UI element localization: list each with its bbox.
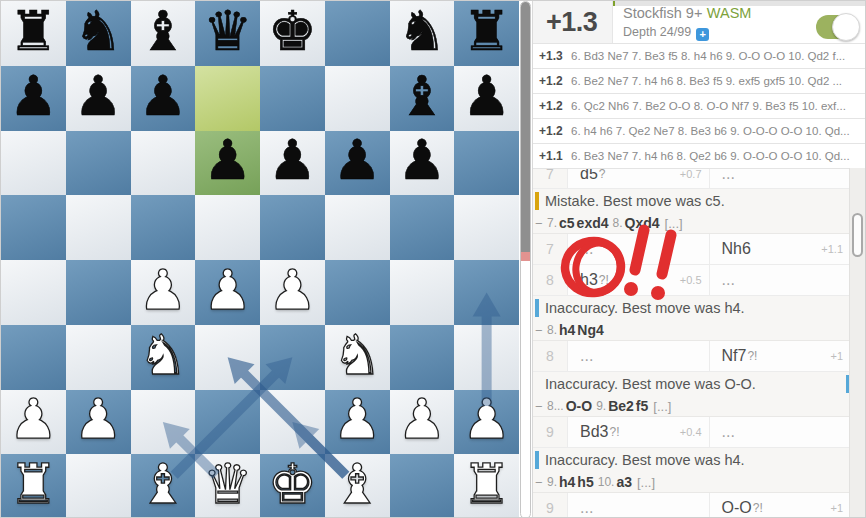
engine-depth: Depth 24/99 <box>623 25 691 39</box>
square-h7[interactable]: ♟ <box>454 66 519 131</box>
black-pawn[interactable]: ♟ <box>268 133 317 188</box>
white-pawn[interactable]: ♟ <box>462 392 511 447</box>
black-move-cell[interactable]: O-O?!+1 <box>710 493 852 518</box>
square-d6[interactable]: ♟ <box>195 131 260 196</box>
analysis-window: ♜♞♝♛♚♞♜♟♟♟♝♟♟♟♟♟♟♟♟♞♞♟♟♟♟♟♜♝♛♚♝♜ +1.3 St… <box>0 0 866 518</box>
engine-line-moves: 6. Qc2 Nh6 7. Be2 O-O 8. O-O Nf7 9. Be3 … <box>571 100 866 112</box>
move-glyph: ?! <box>747 349 757 363</box>
move-row: 7d5?+0.7... <box>533 169 851 189</box>
variation-move-number: 8... <box>547 399 564 413</box>
square-h1[interactable]: ♜ <box>454 454 519 518</box>
white-move-cell[interactable]: ... <box>568 341 710 371</box>
square-g6[interactable]: ♟ <box>390 131 455 196</box>
square-g3[interactable] <box>390 325 455 390</box>
white-move-cell[interactable]: h3?!+0.5 <box>568 265 710 295</box>
black-pawn[interactable]: ♟ <box>138 69 187 124</box>
square-f1[interactable]: ♝ <box>325 454 390 518</box>
square-d1[interactable]: ♛ <box>195 454 260 518</box>
square-f6[interactable]: ♟ <box>325 131 390 196</box>
square-c3[interactable]: ♞ <box>131 325 196 390</box>
black-move-cell[interactable]: ... <box>710 169 852 189</box>
variation-move-number: 8. <box>613 216 623 230</box>
square-g4[interactable] <box>390 260 455 325</box>
square-e3[interactable] <box>260 325 325 390</box>
variation-ellipsis: [...] <box>665 216 683 231</box>
move-list: 7d5?+0.7...Mistake. Best move was c5.−7.… <box>533 168 851 518</box>
move-number: 7 <box>533 234 568 264</box>
black-move-cell[interactable]: ... <box>710 265 852 295</box>
black-pawn[interactable]: ♟ <box>397 133 446 188</box>
black-pawn[interactable]: ♟ <box>9 69 58 124</box>
move-eval: +1 <box>830 350 843 362</box>
move-eval: +0.5 <box>680 274 702 286</box>
engine-line-eval: +1.2 <box>539 99 571 113</box>
black-pawn[interactable]: ♟ <box>462 69 511 124</box>
square-h5[interactable] <box>454 195 519 260</box>
engine-line-eval: +1.3 <box>539 49 571 63</box>
variation-move[interactable]: h4 <box>559 474 575 490</box>
white-knight[interactable]: ♞ <box>138 328 187 383</box>
engine-header: +1.3 Stockfish 9+ WASM Depth 24/99+ <box>533 6 866 43</box>
square-c4[interactable]: ♟ <box>131 260 196 325</box>
black-knight[interactable]: ♞ <box>397 4 446 59</box>
square-g8[interactable]: ♞ <box>390 1 455 66</box>
white-pawn[interactable]: ♟ <box>73 392 122 447</box>
engine-line-moves: 6. h4 h6 7. Qe2 Ne7 8. Be3 b6 9. O-O-O O… <box>571 125 866 137</box>
collapse-variation-icon[interactable]: − <box>535 323 543 338</box>
comment-text: Inaccuracy. Best move was O-O. <box>545 376 756 392</box>
square-d5[interactable] <box>195 195 260 260</box>
square-b7[interactable]: ♟ <box>66 66 131 131</box>
black-king[interactable]: ♚ <box>268 4 317 59</box>
move-san: d5 <box>580 169 598 183</box>
square-b5[interactable] <box>66 195 131 260</box>
variation-move[interactable]: Qxd4 <box>625 215 660 231</box>
engine-line-eval: +1.2 <box>539 124 571 138</box>
scrollbar-thumb[interactable] <box>852 213 863 257</box>
square-e5[interactable] <box>260 195 325 260</box>
variation-move[interactable]: h4 <box>559 322 575 338</box>
square-g5[interactable] <box>390 195 455 260</box>
move-row: 7...Nh6+1.1 <box>533 234 851 265</box>
collapse-variation-icon[interactable]: − <box>535 216 543 231</box>
square-a1[interactable]: ♜ <box>1 454 66 518</box>
black-queen[interactable]: ♛ <box>203 4 252 59</box>
square-b2[interactable]: ♟ <box>66 390 131 455</box>
white-pawn[interactable]: ♟ <box>332 392 381 447</box>
square-e7[interactable] <box>260 66 325 131</box>
black-rook[interactable]: ♜ <box>462 4 511 59</box>
move-san: ... <box>580 240 593 258</box>
black-rook[interactable]: ♜ <box>9 4 58 59</box>
square-h8[interactable]: ♜ <box>454 1 519 66</box>
square-c6[interactable] <box>131 131 196 196</box>
square-h4[interactable] <box>454 260 519 325</box>
white-move-cell[interactable]: ... <box>568 493 710 518</box>
engine-meta: Stockfish 9+ WASM Depth 24/99+ <box>623 4 751 41</box>
white-rook[interactable]: ♜ <box>462 457 511 512</box>
move-glyph: ?! <box>599 273 609 287</box>
move-row: 9...O-O?!+1 <box>533 493 851 518</box>
comment-text: Mistake. Best move was c5. <box>545 193 725 209</box>
engine-line-1[interactable]: +1.36. Bd3 Ne7 7. Be3 f5 8. h4 h6 9. O-O… <box>533 43 866 68</box>
square-b4[interactable] <box>66 260 131 325</box>
move-san: ... <box>722 423 735 441</box>
square-b6[interactable] <box>66 131 131 196</box>
variation-move-number: 8. <box>547 323 557 337</box>
move-san: O-O <box>722 499 752 517</box>
engine-panel: +1.3 Stockfish 9+ WASM Depth 24/99+ +1.3… <box>532 1 866 518</box>
move-san: ... <box>580 499 593 517</box>
black-pawn[interactable]: ♟ <box>332 133 381 188</box>
square-e6[interactable]: ♟ <box>260 131 325 196</box>
square-c2[interactable] <box>131 390 196 455</box>
move-san: h3 <box>580 271 598 289</box>
move-san: ... <box>722 271 735 289</box>
white-pawn[interactable]: ♟ <box>268 263 317 318</box>
variation-move-number: 9. <box>596 399 606 413</box>
square-h2[interactable]: ♟ <box>454 390 519 455</box>
variation-move[interactable]: h5 <box>577 474 593 490</box>
move-row: 8...Nf7?!+1 <box>533 341 851 372</box>
white-rook[interactable]: ♜ <box>9 457 58 512</box>
white-pawn[interactable]: ♟ <box>203 263 252 318</box>
square-b3[interactable] <box>66 325 131 390</box>
move-number: 8 <box>533 341 568 371</box>
variation-ellipsis: [...] <box>637 475 655 490</box>
square-b1[interactable] <box>66 454 131 518</box>
judgment-comment: Inaccuracy. Best move was O-O. <box>533 372 851 396</box>
add-depth-icon[interactable]: + <box>696 28 709 41</box>
engine-line-moves: 6. Be3 Ne7 7. h4 h6 8. Qe2 b6 9. O-O-O O… <box>571 150 866 162</box>
engine-toggle[interactable] <box>816 15 858 39</box>
square-a5[interactable] <box>1 195 66 260</box>
move-number: 7 <box>533 169 568 189</box>
variation-move[interactable]: exd4 <box>577 215 609 231</box>
variation-ellipsis: [...] <box>653 399 671 414</box>
black-bishop[interactable]: ♝ <box>138 4 187 59</box>
square-g7[interactable]: ♝ <box>390 66 455 131</box>
move-glyph: ?! <box>609 425 619 439</box>
square-d8[interactable]: ♛ <box>195 1 260 66</box>
white-pawn[interactable]: ♟ <box>9 392 58 447</box>
black-move-cell[interactable]: Nf7?!+1 <box>710 341 852 371</box>
square-c7[interactable]: ♟ <box>131 66 196 131</box>
white-bishop[interactable]: ♝ <box>332 457 381 512</box>
eval-value: +1.3 <box>533 7 597 38</box>
engine-line-moves: 6. Be2 Ne7 7. h4 h6 8. Be3 f5 9. exf5 gx… <box>571 75 866 87</box>
square-h6[interactable] <box>454 131 519 196</box>
eval-gauge-marker <box>521 252 530 261</box>
variation-move[interactable]: Ng4 <box>577 322 603 338</box>
variation-move-number: 9. <box>547 475 557 489</box>
white-pawn[interactable]: ♟ <box>138 263 187 318</box>
move-number: 8 <box>533 265 568 295</box>
variation-row: −8.h4Ng4 <box>533 320 851 341</box>
white-bishop[interactable]: ♝ <box>138 457 187 512</box>
engine-tech-label: WASM <box>707 5 752 21</box>
move-row: 8h3?!+0.5... <box>533 265 851 296</box>
comment-text: Inaccuracy. Best move was h4. <box>545 452 745 468</box>
black-bishop[interactable]: ♝ <box>397 69 446 124</box>
engine-line-3[interactable]: +1.26. Qc2 Nh6 7. Be2 O-O 8. O-O Nf7 9. … <box>533 93 866 118</box>
square-e1[interactable]: ♚ <box>260 454 325 518</box>
move-list-scrollbar[interactable] <box>849 168 866 518</box>
variation-move[interactable]: a3 <box>616 474 632 490</box>
engine-toggle-knob[interactable] <box>832 13 860 41</box>
square-f7[interactable] <box>325 66 390 131</box>
square-e2[interactable] <box>260 390 325 455</box>
white-move-cell[interactable]: Bd3?!+0.4 <box>568 417 710 447</box>
white-move-cell[interactable]: d5?+0.7 <box>568 169 710 189</box>
engine-line-5[interactable]: +1.16. Be3 Ne7 7. h4 h6 8. Qe2 b6 9. O-O… <box>533 143 866 168</box>
black-move-cell[interactable]: Nh6+1.1 <box>710 234 852 264</box>
eval-gauge <box>520 1 531 518</box>
white-pawn[interactable]: ♟ <box>397 392 446 447</box>
square-f8[interactable] <box>325 1 390 66</box>
move-eval: +1.1 <box>821 243 843 255</box>
white-king[interactable]: ♚ <box>268 457 317 512</box>
square-c5[interactable] <box>131 195 196 260</box>
variation-move[interactable]: O-O <box>566 398 592 414</box>
engine-line-eval: +1.1 <box>539 149 571 163</box>
white-knight[interactable]: ♞ <box>332 328 381 383</box>
move-eval: +1 <box>830 502 843 514</box>
variation-move[interactable]: Be2 <box>608 398 634 414</box>
variation-move-number: 7. <box>547 216 557 230</box>
variation-row: −7.c5exd48.Qxd4[...] <box>533 213 851 234</box>
white-queen[interactable]: ♛ <box>203 457 252 512</box>
judgment-comment: Mistake. Best move was c5. <box>533 189 851 213</box>
square-b8[interactable]: ♞ <box>66 1 131 66</box>
square-f2[interactable]: ♟ <box>325 390 390 455</box>
square-a4[interactable] <box>1 260 66 325</box>
move-glyph: ?! <box>753 501 763 515</box>
move-eval: +0.4 <box>680 426 702 438</box>
square-d2[interactable] <box>195 390 260 455</box>
move-san: ... <box>580 347 593 365</box>
eval-box: +1.3 <box>533 1 613 43</box>
inaccuracy-bar <box>535 451 539 469</box>
mistake-bar <box>535 192 539 210</box>
black-pawn[interactable]: ♟ <box>73 69 122 124</box>
variation-move-number: 10. <box>598 475 615 489</box>
white-move-cell[interactable]: ... <box>568 234 710 264</box>
square-c8[interactable]: ♝ <box>131 1 196 66</box>
square-f5[interactable] <box>325 195 390 260</box>
move-san: Bd3 <box>580 423 608 441</box>
square-f3[interactable]: ♞ <box>325 325 390 390</box>
black-pawn[interactable]: ♟ <box>203 133 252 188</box>
square-a6[interactable] <box>1 131 66 196</box>
move-san: Nf7 <box>722 347 747 365</box>
black-move-cell[interactable]: ... <box>710 417 852 447</box>
square-d3[interactable] <box>195 325 260 390</box>
square-a8[interactable]: ♜ <box>1 1 66 66</box>
square-a7[interactable]: ♟ <box>1 66 66 131</box>
move-row: 9Bd3?!+0.4... <box>533 417 851 448</box>
chess-board[interactable]: ♜♞♝♛♚♞♜♟♟♟♝♟♟♟♟♟♟♟♟♞♞♟♟♟♟♟♜♝♛♚♝♜ <box>1 1 519 518</box>
square-d7[interactable] <box>195 66 260 131</box>
square-a3[interactable] <box>1 325 66 390</box>
engine-line-eval: +1.2 <box>539 74 571 88</box>
move-san: Nh6 <box>722 240 751 258</box>
black-knight[interactable]: ♞ <box>73 4 122 59</box>
engine-lines: +1.36. Bd3 Ne7 7. Be3 f5 8. h4 h6 9. O-O… <box>533 43 866 168</box>
eval-gauge-black-portion <box>521 2 530 252</box>
inaccuracy-bar <box>535 299 539 317</box>
variation-move[interactable]: f5 <box>636 398 648 414</box>
judgment-comment: Inaccuracy. Best move was h4. <box>533 448 851 472</box>
move-number: 9 <box>533 417 568 447</box>
comment-text: Inaccuracy. Best move was h4. <box>545 300 745 316</box>
collapse-variation-icon[interactable]: − <box>535 399 543 414</box>
square-h3[interactable] <box>454 325 519 390</box>
engine-line-moves: 6. Bd3 Ne7 7. Be3 f5 8. h4 h6 9. O-O O-O… <box>571 50 866 62</box>
move-number: 9 <box>533 493 568 518</box>
variation-row: −9.h4h510.a3[...] <box>533 472 851 493</box>
collapse-variation-icon[interactable]: − <box>535 475 543 490</box>
move-eval: +0.7 <box>680 169 702 180</box>
variation-row: −8...O-O9.Be2f5[...] <box>533 396 851 417</box>
engine-line-4[interactable]: +1.26. h4 h6 7. Qe2 Ne7 8. Be3 b6 9. O-O… <box>533 118 866 143</box>
square-f4[interactable] <box>325 260 390 325</box>
judgment-comment: Inaccuracy. Best move was h4. <box>533 296 851 320</box>
square-d4[interactable]: ♟ <box>195 260 260 325</box>
square-g2[interactable]: ♟ <box>390 390 455 455</box>
move-glyph: ? <box>599 169 606 181</box>
square-e8[interactable]: ♚ <box>260 1 325 66</box>
engine-line-2[interactable]: +1.26. Be2 Ne7 7. h4 h6 8. Be3 f5 9. exf… <box>533 68 866 93</box>
square-e4[interactable]: ♟ <box>260 260 325 325</box>
square-a2[interactable]: ♟ <box>1 390 66 455</box>
square-g1[interactable] <box>390 454 455 518</box>
variation-move[interactable]: c5 <box>559 215 575 231</box>
square-c1[interactable]: ♝ <box>131 454 196 518</box>
engine-name: Stockfish 9+ <box>623 5 702 21</box>
move-san: ... <box>722 169 735 183</box>
